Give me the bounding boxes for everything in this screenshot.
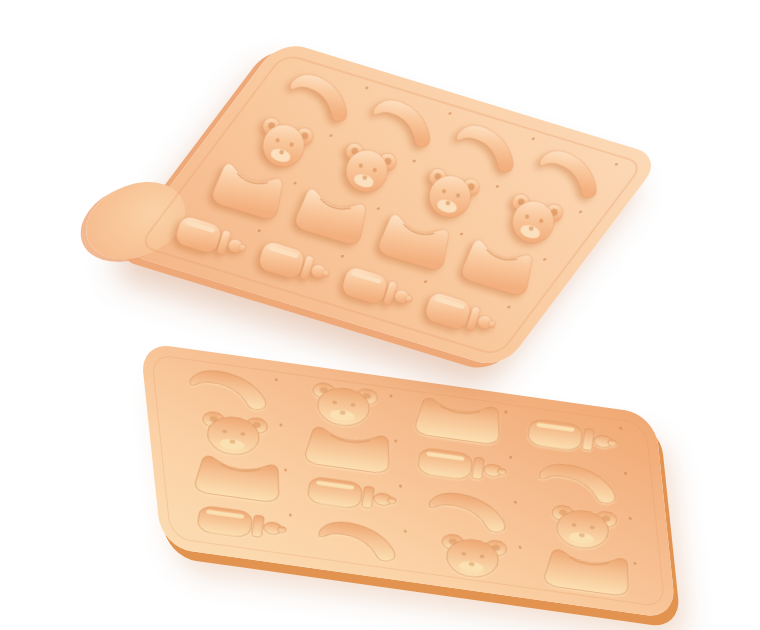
vent-hole xyxy=(542,258,547,261)
vent-hole xyxy=(614,163,619,166)
vent-hole xyxy=(531,137,536,140)
vent-hole xyxy=(364,86,369,89)
vent-hole xyxy=(329,134,334,137)
top-mold-cavity-field xyxy=(120,40,663,369)
bottom-mold-cavity-field xyxy=(140,342,676,619)
vent-hole xyxy=(624,472,627,475)
vent-hole xyxy=(518,546,521,549)
vent-hole xyxy=(423,280,428,283)
vent-hole xyxy=(289,513,292,516)
product-photo: Baby-themed silicone cake pop mould, two… xyxy=(0,0,760,630)
vent-hole xyxy=(412,159,417,162)
vent-hole xyxy=(514,501,517,504)
vent-hole xyxy=(404,530,407,533)
vent-hole xyxy=(279,423,282,426)
vent-hole xyxy=(293,181,298,184)
vent-hole xyxy=(633,562,636,565)
vent-hole xyxy=(459,232,464,235)
vent-hole xyxy=(619,427,622,430)
vent-hole xyxy=(394,439,397,442)
vent-hole xyxy=(257,229,262,232)
vent-hole xyxy=(578,210,583,213)
bottom-mold-tray xyxy=(140,342,676,619)
top-mold-tray xyxy=(120,40,663,369)
vent-hole xyxy=(284,468,287,471)
vent-hole xyxy=(340,254,345,257)
vent-hole xyxy=(506,305,511,308)
vent-hole xyxy=(504,410,507,413)
vent-hole xyxy=(448,112,453,115)
vent-hole xyxy=(389,394,392,397)
vent-hole xyxy=(629,517,632,520)
vent-hole xyxy=(399,484,402,487)
vent-hole xyxy=(376,207,381,210)
vent-hole xyxy=(495,185,500,188)
vent-hole xyxy=(509,455,512,458)
vent-hole xyxy=(275,378,278,381)
